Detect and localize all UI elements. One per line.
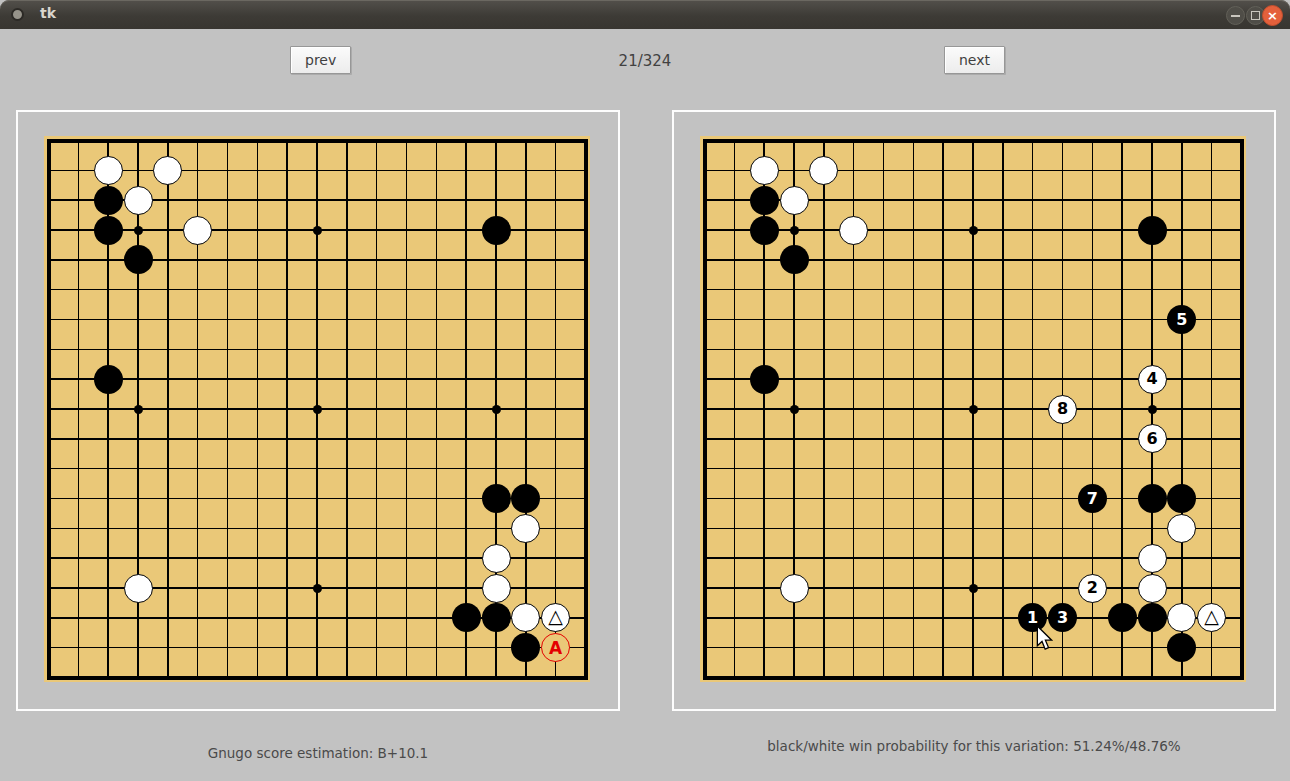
grid-line — [49, 647, 586, 649]
star-point — [969, 584, 978, 593]
black-stone — [1138, 484, 1167, 513]
grid-line — [49, 528, 586, 530]
black-stone — [452, 603, 481, 632]
white-stone-move-4: 4 — [1138, 365, 1167, 394]
star-point — [790, 405, 799, 414]
black-stone — [750, 186, 779, 215]
grid-line — [555, 141, 557, 678]
grid-line — [465, 141, 467, 678]
white-stone — [482, 544, 511, 573]
black-stone — [750, 365, 779, 394]
grid-line — [406, 141, 408, 678]
white-stone — [511, 514, 540, 543]
black-stone — [482, 484, 511, 513]
grid-line — [1121, 141, 1123, 678]
titlebar[interactable]: tk × — [0, 0, 1290, 29]
minimize-icon — [1231, 15, 1240, 17]
left-board-panel: △A — [16, 110, 620, 711]
black-stone-move-7: 7 — [1078, 484, 1107, 513]
mouse-cursor — [1036, 626, 1053, 652]
win-probability-caption: black/white win probability for this var… — [672, 738, 1276, 754]
white-stone — [780, 574, 809, 603]
grid-line — [1211, 141, 1213, 678]
white-stone — [94, 156, 123, 185]
window-icon — [11, 8, 24, 21]
black-stone — [94, 216, 123, 245]
grid-line — [705, 468, 1242, 470]
close-icon: × — [1267, 9, 1278, 22]
star-point — [134, 405, 143, 414]
grid-line — [1032, 141, 1034, 678]
star-point — [313, 584, 322, 593]
star-point — [1148, 405, 1157, 414]
grid-line — [1002, 141, 1004, 678]
white-stone — [183, 216, 212, 245]
grid-line — [705, 528, 1242, 530]
grid-line — [525, 141, 527, 678]
score-estimation-caption: Gnugo score estimation: B+10.1 — [16, 745, 620, 761]
star-point — [969, 405, 978, 414]
white-stone-move-2: 2 — [1078, 574, 1107, 603]
white-stone — [1167, 514, 1196, 543]
black-stone — [780, 245, 809, 274]
black-stone — [1138, 216, 1167, 245]
black-stone — [1138, 603, 1167, 632]
white-stone — [839, 216, 868, 245]
window-title: tk — [40, 5, 56, 21]
prev-button[interactable]: prev — [290, 46, 351, 74]
white-stone — [809, 156, 838, 185]
white-stone — [124, 574, 153, 603]
white-stone — [124, 186, 153, 215]
grid-line — [49, 468, 586, 470]
star-point — [134, 226, 143, 235]
white-stone — [153, 156, 182, 185]
white-stone — [1138, 544, 1167, 573]
black-stone — [482, 603, 511, 632]
triangle-mark-icon: △ — [548, 607, 563, 626]
grid-line — [376, 141, 378, 678]
star-point — [313, 405, 322, 414]
app-window: tk × prev 21/324 next △A △12345678 Gnugo… — [0, 0, 1290, 781]
next-button[interactable]: next — [944, 46, 1005, 74]
grid-line — [705, 647, 1242, 649]
black-stone — [482, 216, 511, 245]
close-button[interactable]: × — [1262, 5, 1283, 26]
white-stone-move-6: 6 — [1138, 424, 1167, 453]
grid-line — [1181, 141, 1183, 678]
right-board-panel: △12345678 — [672, 110, 1276, 711]
go-board-current-position[interactable]: △A — [44, 136, 590, 682]
white-stone — [1138, 574, 1167, 603]
star-point — [969, 226, 978, 235]
triangle-mark-icon: △ — [1204, 607, 1219, 626]
grid-line — [49, 438, 586, 440]
black-stone — [124, 245, 153, 274]
go-board-variation[interactable]: △12345678 — [700, 136, 1246, 682]
black-stone — [94, 186, 123, 215]
star-point — [790, 226, 799, 235]
white-stone — [780, 186, 809, 215]
black-stone — [750, 216, 779, 245]
white-stone-move-8: 8 — [1048, 395, 1077, 424]
black-stone — [94, 365, 123, 394]
white-stone — [750, 156, 779, 185]
white-stone — [482, 574, 511, 603]
star-point — [492, 405, 501, 414]
grid-line — [346, 141, 348, 678]
grid-line — [436, 141, 438, 678]
star-point — [313, 226, 322, 235]
minimize-button[interactable] — [1226, 6, 1245, 25]
maximize-icon — [1251, 11, 1260, 20]
black-stone — [1108, 603, 1137, 632]
move-counter: 21/324 — [619, 52, 672, 70]
